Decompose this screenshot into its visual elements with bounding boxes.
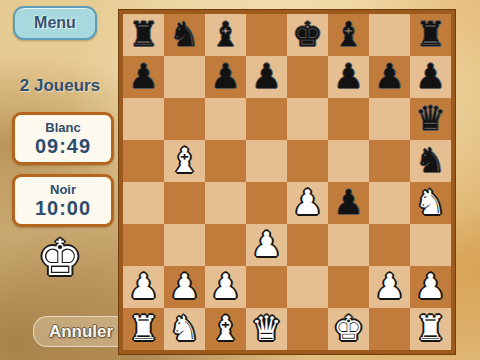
piece-white-bishop[interactable]: ♝: [210, 311, 240, 345]
square-e7[interactable]: [287, 56, 328, 98]
square-c3[interactable]: [205, 224, 246, 266]
square-c4[interactable]: [205, 182, 246, 224]
piece-black-pawn[interactable]: ♟: [333, 59, 363, 93]
square-e3[interactable]: [287, 224, 328, 266]
piece-black-king[interactable]: ♚: [292, 17, 322, 51]
square-d2[interactable]: [246, 266, 287, 308]
square-a8[interactable]: ♜: [123, 14, 164, 56]
black-clock-label: Noir: [50, 182, 76, 197]
square-g6[interactable]: [369, 98, 410, 140]
square-a4[interactable]: [123, 182, 164, 224]
piece-white-pawn[interactable]: ♟: [128, 269, 158, 303]
square-f2[interactable]: [328, 266, 369, 308]
square-a6[interactable]: [123, 98, 164, 140]
black-clock-panel: Noir 10:00: [12, 174, 114, 227]
square-h5[interactable]: ♞: [410, 140, 451, 182]
square-b7[interactable]: [164, 56, 205, 98]
piece-white-pawn[interactable]: ♟: [415, 269, 445, 303]
piece-white-pawn[interactable]: ♟: [169, 269, 199, 303]
players-mode-label: 2 Joueurs: [0, 76, 120, 96]
square-g2[interactable]: ♟: [369, 266, 410, 308]
square-g4[interactable]: [369, 182, 410, 224]
square-g1[interactable]: [369, 308, 410, 350]
chess-board-frame: ♜♞♝♚♝♜♟♟♟♟♟♟♛♝♞♟♟♞♟♟♟♟♟♟♜♞♝♛♚♜: [119, 10, 455, 354]
square-f4[interactable]: ♟: [328, 182, 369, 224]
square-f7[interactable]: ♟: [328, 56, 369, 98]
square-c1[interactable]: ♝: [205, 308, 246, 350]
square-d6[interactable]: [246, 98, 287, 140]
square-f3[interactable]: [328, 224, 369, 266]
square-g7[interactable]: ♟: [369, 56, 410, 98]
square-c7[interactable]: ♟: [205, 56, 246, 98]
piece-black-pawn[interactable]: ♟: [251, 59, 281, 93]
piece-white-bishop[interactable]: ♝: [169, 143, 199, 177]
piece-black-knight[interactable]: ♞: [169, 17, 199, 51]
square-d8[interactable]: [246, 14, 287, 56]
square-h3[interactable]: [410, 224, 451, 266]
piece-black-rook[interactable]: ♜: [128, 17, 158, 51]
piece-black-bishop[interactable]: ♝: [333, 17, 363, 51]
square-f8[interactable]: ♝: [328, 14, 369, 56]
square-g5[interactable]: [369, 140, 410, 182]
square-f5[interactable]: [328, 140, 369, 182]
chess-app-screen: Menu 2 Joueurs Blanc 09:49 Noir 10:00 ♚ …: [0, 0, 480, 360]
square-h2[interactable]: ♟: [410, 266, 451, 308]
white-clock-label: Blanc: [45, 120, 80, 135]
square-f6[interactable]: [328, 98, 369, 140]
square-h6[interactable]: ♛: [410, 98, 451, 140]
piece-white-pawn[interactable]: ♟: [251, 227, 281, 261]
square-d1[interactable]: ♛: [246, 308, 287, 350]
piece-white-pawn[interactable]: ♟: [292, 185, 322, 219]
turn-indicator-white-king-icon: ♚: [0, 226, 120, 290]
square-h4[interactable]: ♞: [410, 182, 451, 224]
white-clock-panel: Blanc 09:49: [12, 112, 114, 165]
chess-board: ♜♞♝♚♝♜♟♟♟♟♟♟♛♝♞♟♟♞♟♟♟♟♟♟♜♞♝♛♚♜: [123, 14, 451, 350]
square-b6[interactable]: [164, 98, 205, 140]
black-clock-time: 10:00: [35, 197, 91, 219]
square-d5[interactable]: [246, 140, 287, 182]
piece-white-queen[interactable]: ♛: [251, 311, 281, 345]
square-a1[interactable]: ♜: [123, 308, 164, 350]
square-d7[interactable]: ♟: [246, 56, 287, 98]
square-b1[interactable]: ♞: [164, 308, 205, 350]
square-h7[interactable]: ♟: [410, 56, 451, 98]
piece-white-pawn[interactable]: ♟: [210, 269, 240, 303]
square-e2[interactable]: [287, 266, 328, 308]
piece-black-pawn[interactable]: ♟: [128, 59, 158, 93]
piece-black-knight[interactable]: ♞: [415, 143, 445, 177]
square-e6[interactable]: [287, 98, 328, 140]
piece-black-pawn[interactable]: ♟: [210, 59, 240, 93]
square-a2[interactable]: ♟: [123, 266, 164, 308]
square-c5[interactable]: [205, 140, 246, 182]
square-b4[interactable]: [164, 182, 205, 224]
square-b3[interactable]: [164, 224, 205, 266]
square-b5[interactable]: ♝: [164, 140, 205, 182]
piece-black-pawn[interactable]: ♟: [374, 59, 404, 93]
square-c2[interactable]: ♟: [205, 266, 246, 308]
square-e5[interactable]: [287, 140, 328, 182]
piece-white-rook[interactable]: ♜: [415, 311, 445, 345]
piece-black-pawn[interactable]: ♟: [333, 185, 363, 219]
piece-white-knight[interactable]: ♞: [169, 311, 199, 345]
square-c6[interactable]: [205, 98, 246, 140]
square-b2[interactable]: ♟: [164, 266, 205, 308]
cancel-button-label: Annuler: [49, 322, 113, 342]
piece-black-rook[interactable]: ♜: [415, 17, 445, 51]
menu-button-label: Menu: [34, 14, 76, 32]
square-d3[interactable]: ♟: [246, 224, 287, 266]
piece-black-pawn[interactable]: ♟: [415, 59, 445, 93]
square-d4[interactable]: [246, 182, 287, 224]
piece-white-pawn[interactable]: ♟: [374, 269, 404, 303]
square-f1[interactable]: ♚: [328, 308, 369, 350]
square-a5[interactable]: [123, 140, 164, 182]
square-e8[interactable]: ♚: [287, 14, 328, 56]
piece-black-bishop[interactable]: ♝: [210, 17, 240, 51]
piece-white-rook[interactable]: ♜: [128, 311, 158, 345]
square-b8[interactable]: ♞: [164, 14, 205, 56]
cancel-button[interactable]: Annuler: [33, 316, 129, 347]
square-g3[interactable]: [369, 224, 410, 266]
square-h8[interactable]: ♜: [410, 14, 451, 56]
white-clock-time: 09:49: [35, 135, 91, 157]
square-h1[interactable]: ♜: [410, 308, 451, 350]
square-a7[interactable]: ♟: [123, 56, 164, 98]
square-e1[interactable]: [287, 308, 328, 350]
piece-white-king[interactable]: ♚: [333, 311, 363, 345]
piece-black-queen[interactable]: ♛: [415, 101, 445, 135]
menu-button[interactable]: Menu: [13, 6, 97, 40]
square-a3[interactable]: [123, 224, 164, 266]
square-g8[interactable]: [369, 14, 410, 56]
square-c8[interactable]: ♝: [205, 14, 246, 56]
square-e4[interactable]: ♟: [287, 182, 328, 224]
piece-white-knight[interactable]: ♞: [415, 185, 445, 219]
